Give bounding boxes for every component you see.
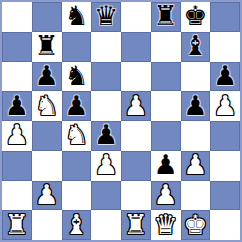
square-f4[interactable] bbox=[151, 121, 181, 151]
square-b1[interactable] bbox=[32, 210, 62, 240]
square-d2[interactable] bbox=[91, 181, 121, 211]
square-h8[interactable] bbox=[210, 2, 240, 32]
white-knight: ♞ bbox=[64, 121, 88, 148]
black-knight: ♞ bbox=[64, 2, 88, 29]
square-c3[interactable] bbox=[62, 151, 92, 181]
square-g7[interactable]: ♝ bbox=[181, 32, 211, 62]
black-pawn: ♟ bbox=[213, 62, 237, 89]
square-c1[interactable]: ♝ bbox=[62, 210, 92, 240]
square-d6[interactable] bbox=[91, 62, 121, 92]
square-c4[interactable]: ♞ bbox=[62, 121, 92, 151]
square-b3[interactable] bbox=[32, 151, 62, 181]
square-h2[interactable] bbox=[210, 181, 240, 211]
square-c5[interactable]: ♟ bbox=[62, 91, 92, 121]
square-f8[interactable]: ♜ bbox=[151, 2, 181, 32]
white-pawn: ♟ bbox=[183, 151, 207, 178]
square-g8[interactable]: ♚ bbox=[181, 2, 211, 32]
black-pawn: ♟ bbox=[35, 62, 59, 89]
square-b4[interactable] bbox=[32, 121, 62, 151]
black-pawn: ♟ bbox=[94, 121, 118, 148]
square-d8[interactable]: ♛ bbox=[91, 2, 121, 32]
white-pawn: ♟ bbox=[5, 121, 29, 148]
square-g4[interactable] bbox=[181, 121, 211, 151]
square-h3[interactable] bbox=[210, 151, 240, 181]
white-pawn: ♟ bbox=[124, 92, 148, 119]
square-f5[interactable] bbox=[151, 91, 181, 121]
white-bishop: ♝ bbox=[64, 211, 88, 238]
black-queen: ♛ bbox=[94, 2, 118, 29]
black-king: ♚ bbox=[183, 2, 207, 29]
square-g1[interactable]: ♚ bbox=[181, 210, 211, 240]
black-rook: ♜ bbox=[35, 32, 59, 59]
square-a6[interactable] bbox=[2, 62, 32, 92]
black-pawn: ♟ bbox=[183, 92, 207, 119]
square-e7[interactable] bbox=[121, 32, 151, 62]
square-g3[interactable]: ♟ bbox=[181, 151, 211, 181]
square-g2[interactable] bbox=[181, 181, 211, 211]
white-queen: ♛ bbox=[154, 211, 178, 238]
black-rook: ♜ bbox=[154, 2, 178, 29]
square-h1[interactable] bbox=[210, 210, 240, 240]
square-a5[interactable]: ♟ bbox=[2, 91, 32, 121]
square-b5[interactable]: ♞ bbox=[32, 91, 62, 121]
square-b8[interactable] bbox=[32, 2, 62, 32]
square-a4[interactable]: ♟ bbox=[2, 121, 32, 151]
square-e3[interactable] bbox=[121, 151, 151, 181]
square-e2[interactable] bbox=[121, 181, 151, 211]
black-knight: ♞ bbox=[64, 62, 88, 89]
black-pawn: ♟ bbox=[5, 92, 29, 119]
square-c2[interactable] bbox=[62, 181, 92, 211]
square-h5[interactable]: ♟ bbox=[210, 91, 240, 121]
white-rook: ♜ bbox=[124, 211, 148, 238]
square-b6[interactable]: ♟ bbox=[32, 62, 62, 92]
square-h7[interactable] bbox=[210, 32, 240, 62]
square-d5[interactable] bbox=[91, 91, 121, 121]
square-d4[interactable]: ♟ bbox=[91, 121, 121, 151]
white-pawn: ♟ bbox=[94, 151, 118, 178]
square-a2[interactable] bbox=[2, 181, 32, 211]
square-c6[interactable]: ♞ bbox=[62, 62, 92, 92]
white-knight: ♞ bbox=[35, 92, 59, 119]
square-c8[interactable]: ♞ bbox=[62, 2, 92, 32]
square-b7[interactable]: ♜ bbox=[32, 32, 62, 62]
square-f3[interactable]: ♟ bbox=[151, 151, 181, 181]
square-e8[interactable] bbox=[121, 2, 151, 32]
square-a8[interactable] bbox=[2, 2, 32, 32]
chess-board: ♞♛♜♚♜♝♟♞♟♟♞♟♟♟♟♟♞♟♟♟♟♟♟♜♝♜♛♚ bbox=[0, 0, 242, 242]
square-d7[interactable] bbox=[91, 32, 121, 62]
square-b2[interactable]: ♟ bbox=[32, 181, 62, 211]
square-f2[interactable]: ♟ bbox=[151, 181, 181, 211]
square-a1[interactable]: ♜ bbox=[2, 210, 32, 240]
square-c7[interactable] bbox=[62, 32, 92, 62]
square-e1[interactable]: ♜ bbox=[121, 210, 151, 240]
square-f7[interactable] bbox=[151, 32, 181, 62]
black-bishop: ♝ bbox=[183, 32, 207, 59]
square-a7[interactable] bbox=[2, 32, 32, 62]
square-a3[interactable] bbox=[2, 151, 32, 181]
black-pawn: ♟ bbox=[154, 151, 178, 178]
square-h4[interactable] bbox=[210, 121, 240, 151]
square-h6[interactable]: ♟ bbox=[210, 62, 240, 92]
square-d1[interactable] bbox=[91, 210, 121, 240]
square-f6[interactable] bbox=[151, 62, 181, 92]
white-pawn: ♟ bbox=[213, 92, 237, 119]
square-g6[interactable] bbox=[181, 62, 211, 92]
square-e5[interactable]: ♟ bbox=[121, 91, 151, 121]
square-d3[interactable]: ♟ bbox=[91, 151, 121, 181]
square-e6[interactable] bbox=[121, 62, 151, 92]
white-king: ♚ bbox=[183, 211, 207, 238]
square-f1[interactable]: ♛ bbox=[151, 210, 181, 240]
white-pawn: ♟ bbox=[35, 181, 59, 208]
white-rook: ♜ bbox=[5, 211, 29, 238]
white-pawn: ♟ bbox=[154, 181, 178, 208]
black-pawn: ♟ bbox=[64, 92, 88, 119]
square-e4[interactable] bbox=[121, 121, 151, 151]
square-g5[interactable]: ♟ bbox=[181, 91, 211, 121]
